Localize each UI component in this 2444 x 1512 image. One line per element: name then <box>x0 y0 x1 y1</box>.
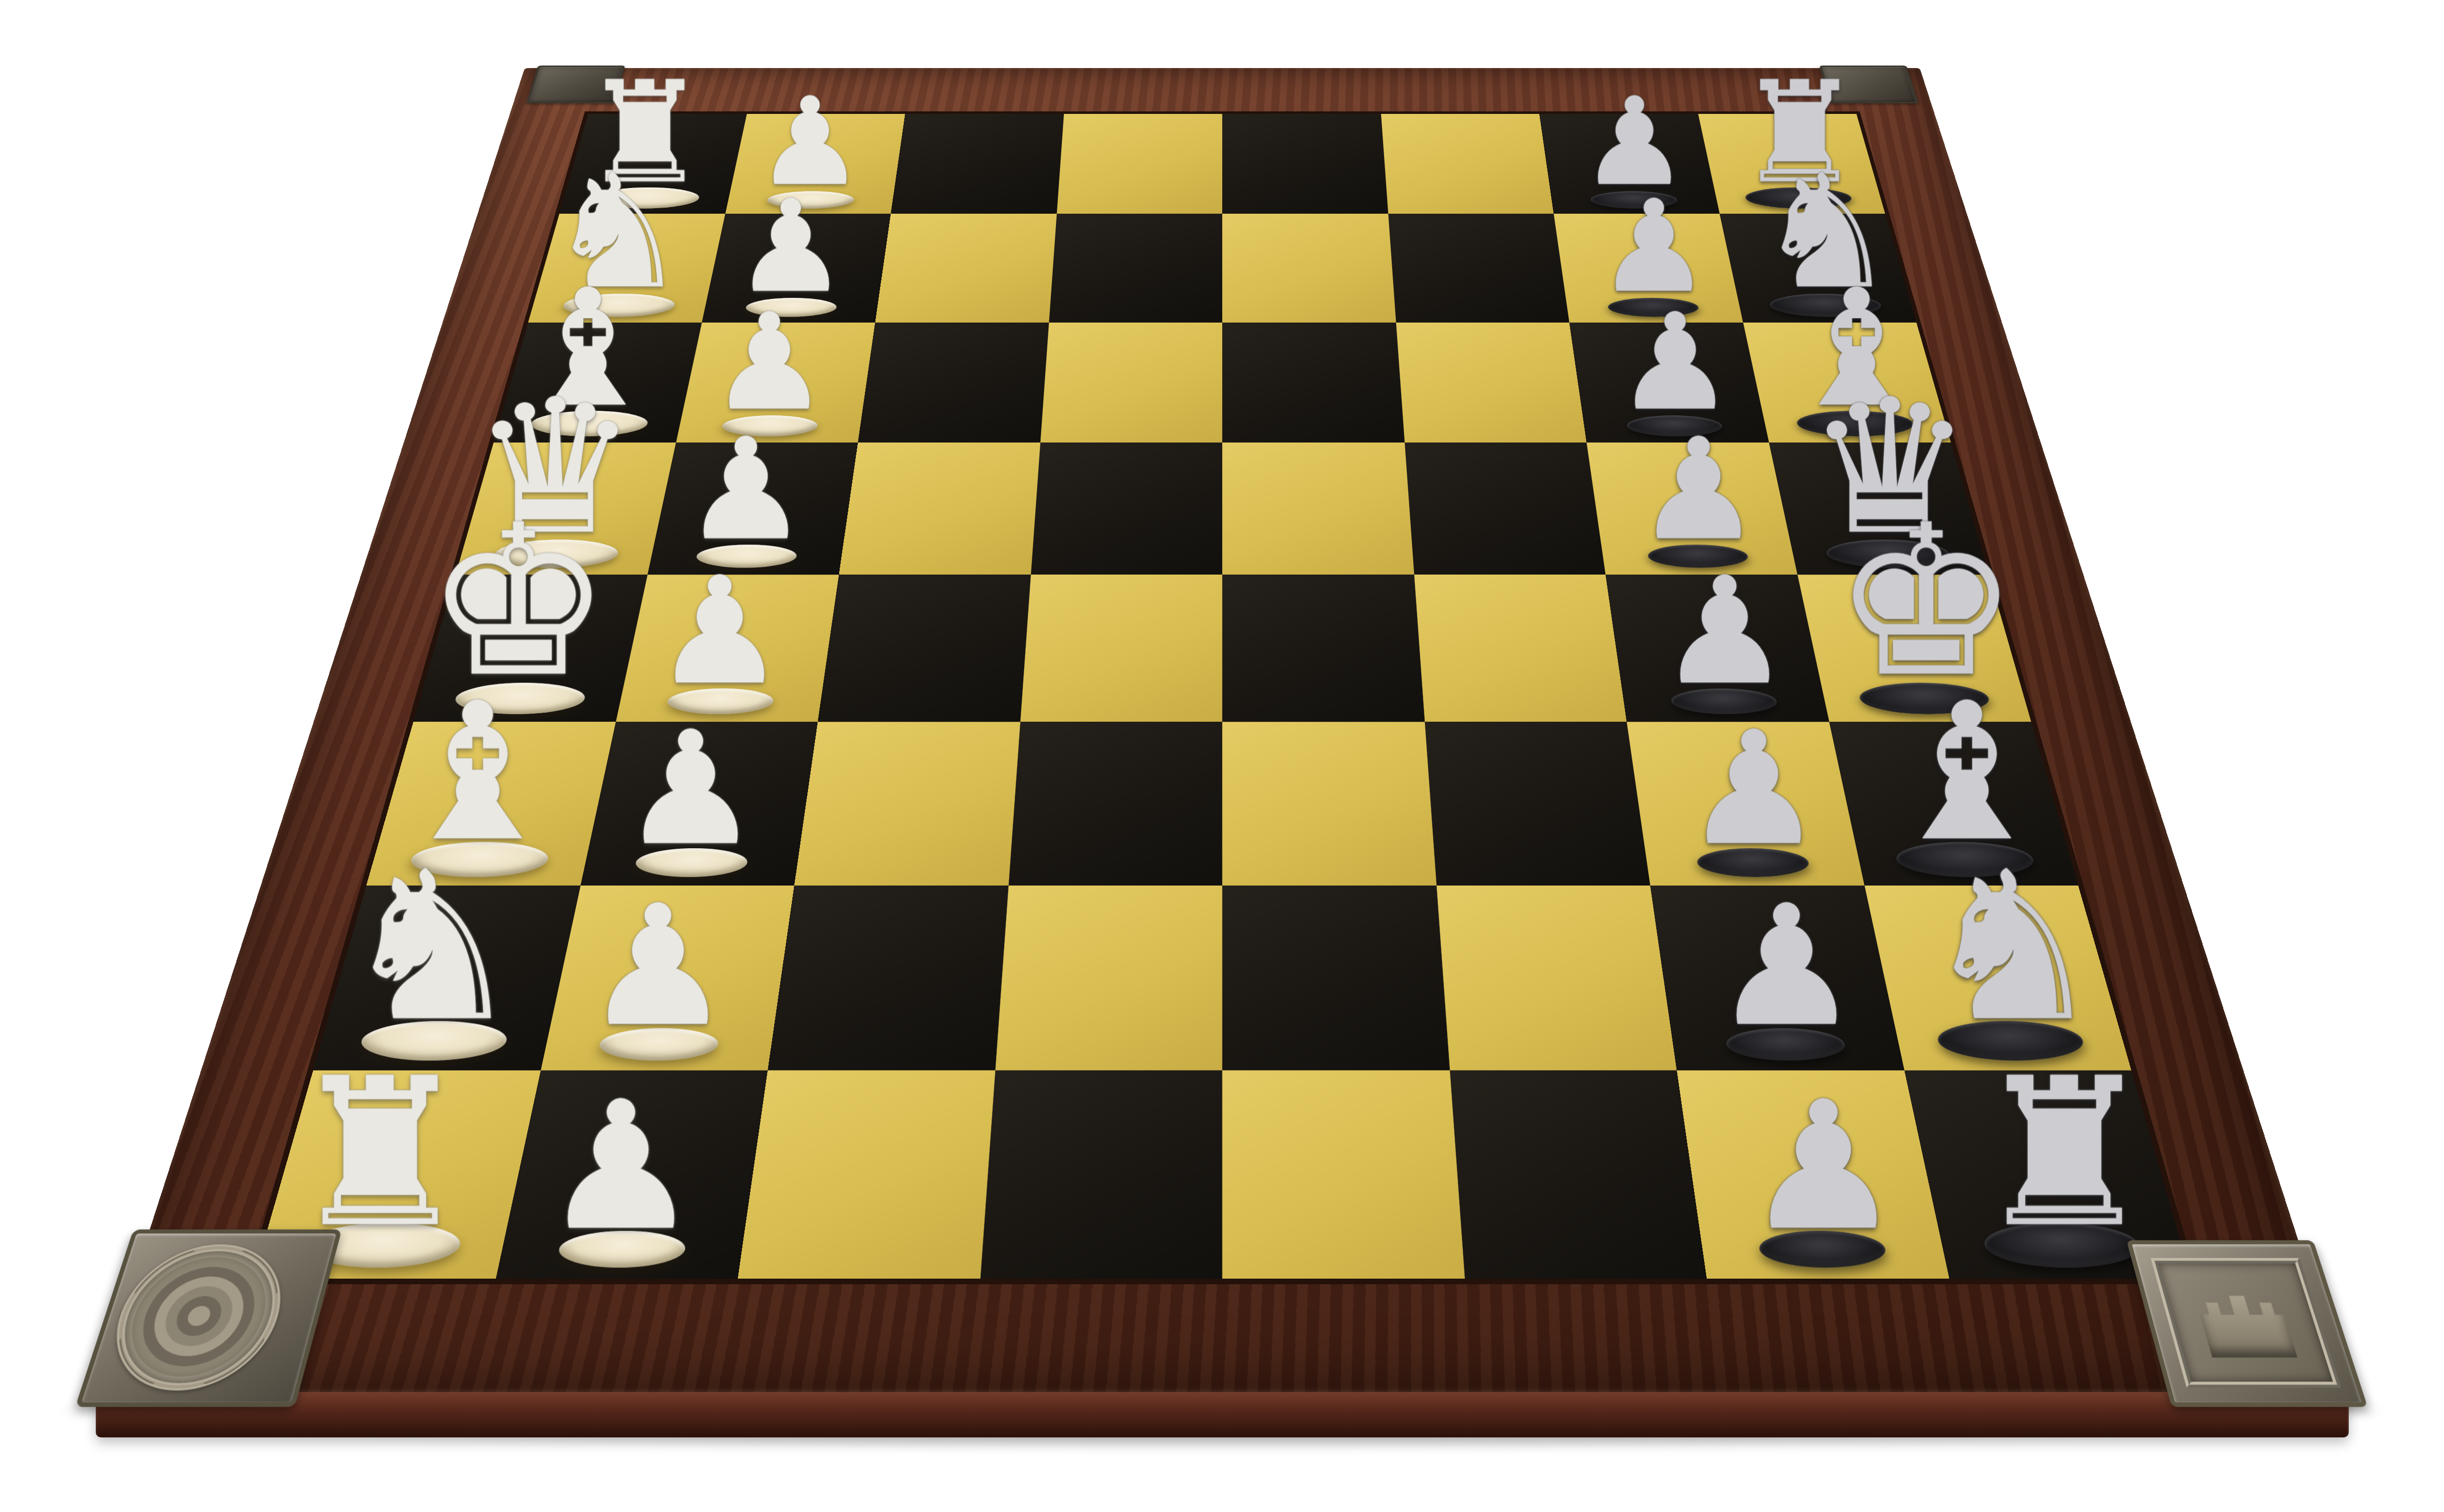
square-a6[interactable] <box>1381 114 1553 214</box>
square-c5[interactable] <box>1222 323 1404 443</box>
square-g2[interactable]: ♟ <box>540 886 794 1070</box>
square-f7[interactable]: ♟ <box>1626 722 1864 886</box>
white-pawn[interactable]: ♟ <box>594 557 845 706</box>
castle-emblem-icon <box>2192 1289 2297 1358</box>
square-f2[interactable]: ♟ <box>580 722 818 886</box>
square-g4[interactable] <box>995 886 1222 1070</box>
white-pawn[interactable]: ♟ <box>626 420 864 560</box>
black-rook[interactable]: ♜ <box>1914 1051 2214 1255</box>
square-g6[interactable] <box>1436 886 1676 1070</box>
perspective-camera: ♜♟♟♜♞♟♟♞♝♟♟♝♛♟♟♛♚♟♟♚♝♟♟♝♞♟♟♞♜♟♟♜ <box>97 0 2347 1392</box>
square-d5[interactable] <box>1222 443 1414 575</box>
square-d3[interactable] <box>839 443 1040 575</box>
square-g5[interactable] <box>1222 886 1450 1070</box>
square-a3[interactable] <box>891 114 1063 214</box>
square-h7[interactable]: ♟ <box>1676 1070 1949 1279</box>
square-c6[interactable] <box>1396 323 1586 443</box>
square-e3[interactable] <box>818 575 1030 722</box>
square-f6[interactable] <box>1424 722 1650 886</box>
square-g7[interactable]: ♟ <box>1650 886 1904 1070</box>
square-f3[interactable] <box>794 722 1020 886</box>
square-h3[interactable] <box>737 1070 994 1279</box>
square-a4[interactable] <box>1056 114 1222 214</box>
square-b3[interactable] <box>875 214 1056 323</box>
square-e6[interactable] <box>1414 575 1626 722</box>
square-h2[interactable]: ♟ <box>495 1070 768 1279</box>
square-c4[interactable] <box>1040 323 1222 443</box>
square-h6[interactable] <box>1449 1070 1706 1279</box>
square-b6[interactable] <box>1388 214 1569 323</box>
square-b4[interactable] <box>1048 214 1222 323</box>
square-h8[interactable]: ♜ <box>1904 1070 2191 1279</box>
square-e4[interactable] <box>1020 575 1222 722</box>
square-h5[interactable] <box>1222 1070 1465 1279</box>
black-knight[interactable]: ♞ <box>1871 844 2153 1049</box>
aztec-calendar-medallion-icon <box>96 1244 297 1391</box>
board-perspective-wrapper: ♜♟♟♜♞♟♟♞♝♟♟♝♛♟♟♛♚♟♟♚♝♟♟♝♞♟♟♞♜♟♟♜ <box>97 0 2347 1392</box>
square-g3[interactable] <box>768 886 1008 1070</box>
white-pawn[interactable]: ♟ <box>517 883 798 1049</box>
square-b5[interactable] <box>1222 214 1396 323</box>
square-h4[interactable] <box>980 1070 1222 1279</box>
square-e5[interactable] <box>1222 575 1424 722</box>
chess-set-scene: ♜♟♟♜♞♟♟♞♝♟♟♝♛♟♟♛♚♟♟♚♝♟♟♝♞♟♟♞♜♟♟♜ <box>0 0 2444 1512</box>
square-d6[interactable] <box>1404 443 1605 575</box>
white-pawn[interactable]: ♟ <box>470 1078 771 1255</box>
square-f5[interactable] <box>1222 722 1436 886</box>
chessboard: ♜♟♟♜♞♟♟♞♝♟♟♝♛♟♟♛♚♟♟♚♝♟♟♝♞♟♟♞♜♟♟♜ <box>245 111 2199 1284</box>
square-c3[interactable] <box>858 323 1048 443</box>
white-pawn[interactable]: ♟ <box>557 711 823 867</box>
castle-plate-inner <box>2151 1258 2341 1388</box>
corner-ornament-castle-plate <box>2126 1240 2367 1407</box>
board-front-edge <box>96 1388 2349 1437</box>
square-f4[interactable] <box>1008 722 1222 886</box>
chessboard-frame: ♜♟♟♜♞♟♟♞♝♟♟♝♛♟♟♛♚♟♟♚♝♟♟♝♞♟♟♞♜♟♟♜ <box>97 68 2347 1392</box>
square-a5[interactable] <box>1222 114 1388 214</box>
square-d4[interactable] <box>1030 443 1222 575</box>
